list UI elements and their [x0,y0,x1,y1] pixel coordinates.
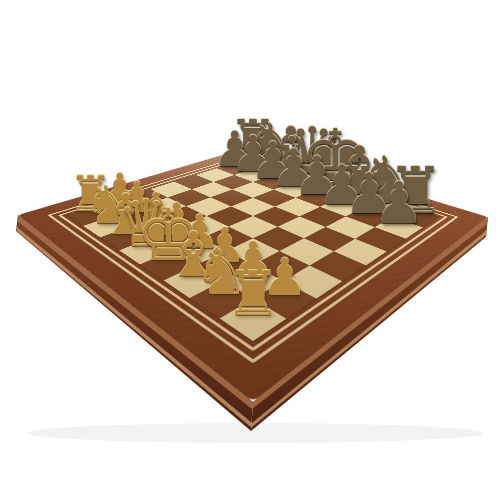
product-photo: ♜♞♝♛♚♝♞♜♟♟♟♟♟♟♟♟♟♟♟♟♟♟♟♟♜♞♝♛♚♝♞♜ [0,0,500,500]
